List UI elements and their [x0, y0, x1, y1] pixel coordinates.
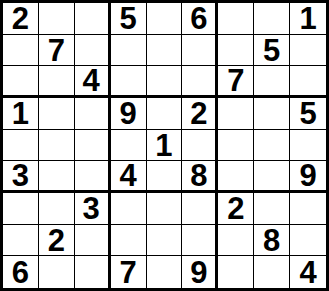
cell-r4c9[interactable]: 5 [290, 98, 326, 130]
cell-r4c3[interactable] [75, 98, 111, 130]
cell-r7c8[interactable] [254, 193, 290, 225]
cell-r9c4[interactable]: 7 [111, 256, 147, 288]
cell-r5c7[interactable] [218, 130, 254, 162]
cell-r1c6[interactable]: 6 [182, 3, 218, 35]
cell-r3c8[interactable] [254, 66, 290, 98]
cell-r8c5[interactable] [147, 225, 183, 257]
cell-r2c6[interactable] [182, 35, 218, 67]
cell-r3c7[interactable]: 7 [218, 66, 254, 98]
cell-r3c1[interactable] [3, 66, 39, 98]
cell-r9c1[interactable]: 6 [3, 256, 39, 288]
cell-r7c6[interactable] [182, 193, 218, 225]
sudoku-board: 2561754719251348932286794 [0, 0, 329, 291]
cell-r9c3[interactable] [75, 256, 111, 288]
cell-r4c7[interactable] [218, 98, 254, 130]
cell-r7c2[interactable] [39, 193, 75, 225]
cell-r2c3[interactable] [75, 35, 111, 67]
cell-r1c5[interactable] [147, 3, 183, 35]
cell-r5c4[interactable] [111, 130, 147, 162]
cell-r6c3[interactable] [75, 161, 111, 193]
cell-r9c8[interactable] [254, 256, 290, 288]
cell-r7c5[interactable] [147, 193, 183, 225]
cell-r2c4[interactable] [111, 35, 147, 67]
cell-r9c2[interactable] [39, 256, 75, 288]
cell-r9c9[interactable]: 4 [290, 256, 326, 288]
cell-r8c3[interactable] [75, 225, 111, 257]
cell-r5c2[interactable] [39, 130, 75, 162]
cell-r2c7[interactable] [218, 35, 254, 67]
cell-r3c5[interactable] [147, 66, 183, 98]
cell-r4c2[interactable] [39, 98, 75, 130]
cell-r9c7[interactable] [218, 256, 254, 288]
cell-r6c7[interactable] [218, 161, 254, 193]
cell-r3c4[interactable] [111, 66, 147, 98]
cell-r5c3[interactable] [75, 130, 111, 162]
cell-r3c9[interactable] [290, 66, 326, 98]
cell-r4c5[interactable] [147, 98, 183, 130]
cell-r8c1[interactable] [3, 225, 39, 257]
cell-r8c7[interactable] [218, 225, 254, 257]
cell-r5c8[interactable] [254, 130, 290, 162]
cell-r2c8[interactable]: 5 [254, 35, 290, 67]
cell-r8c8[interactable]: 8 [254, 225, 290, 257]
cell-r9c6[interactable]: 9 [182, 256, 218, 288]
cell-r2c1[interactable] [3, 35, 39, 67]
cell-r1c7[interactable] [218, 3, 254, 35]
cell-r7c3[interactable]: 3 [75, 193, 111, 225]
cell-r2c5[interactable] [147, 35, 183, 67]
cell-r4c4[interactable]: 9 [111, 98, 147, 130]
cell-r8c4[interactable] [111, 225, 147, 257]
cell-r5c6[interactable] [182, 130, 218, 162]
cell-r6c1[interactable]: 3 [3, 161, 39, 193]
cell-r5c1[interactable] [3, 130, 39, 162]
cell-r1c2[interactable] [39, 3, 75, 35]
cell-r6c8[interactable] [254, 161, 290, 193]
cell-r5c5[interactable]: 1 [147, 130, 183, 162]
cell-r1c4[interactable]: 5 [111, 3, 147, 35]
cell-r2c9[interactable] [290, 35, 326, 67]
cell-r7c7[interactable]: 2 [218, 193, 254, 225]
cell-r6c4[interactable]: 4 [111, 161, 147, 193]
cell-r3c3[interactable]: 4 [75, 66, 111, 98]
cell-r3c2[interactable] [39, 66, 75, 98]
cell-r8c6[interactable] [182, 225, 218, 257]
cell-r4c6[interactable]: 2 [182, 98, 218, 130]
cell-r1c3[interactable] [75, 3, 111, 35]
cell-r3c6[interactable] [182, 66, 218, 98]
cell-r7c4[interactable] [111, 193, 147, 225]
cell-r1c9[interactable]: 1 [290, 3, 326, 35]
cell-r6c5[interactable] [147, 161, 183, 193]
cell-r7c1[interactable] [3, 193, 39, 225]
cell-r4c8[interactable] [254, 98, 290, 130]
cell-r1c8[interactable] [254, 3, 290, 35]
cell-r5c9[interactable] [290, 130, 326, 162]
cell-r8c9[interactable] [290, 225, 326, 257]
cell-r7c9[interactable] [290, 193, 326, 225]
cell-r6c6[interactable]: 8 [182, 161, 218, 193]
cell-r6c2[interactable] [39, 161, 75, 193]
cell-r6c9[interactable]: 9 [290, 161, 326, 193]
cell-r9c5[interactable] [147, 256, 183, 288]
cell-r8c2[interactable]: 2 [39, 225, 75, 257]
cell-r4c1[interactable]: 1 [3, 98, 39, 130]
cell-r1c1[interactable]: 2 [3, 3, 39, 35]
cell-r2c2[interactable]: 7 [39, 35, 75, 67]
